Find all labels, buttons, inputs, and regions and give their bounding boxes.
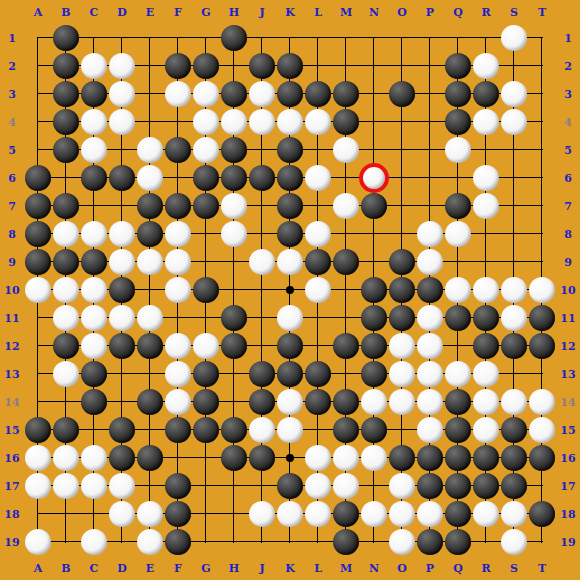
intersection-B14[interactable] [52,388,80,416]
intersection-S17[interactable] [500,472,528,500]
intersection-A19[interactable] [24,528,52,556]
intersection-C3[interactable] [80,80,108,108]
intersection-K4[interactable] [276,108,304,136]
intersection-O11[interactable] [388,304,416,332]
intersection-S3[interactable] [500,80,528,108]
intersection-T15[interactable] [528,416,556,444]
intersection-A10[interactable] [24,276,52,304]
intersection-R5[interactable] [472,136,500,164]
intersection-J10[interactable] [248,276,276,304]
intersection-F9[interactable] [164,248,192,276]
intersection-P10[interactable] [416,276,444,304]
intersection-H12[interactable] [220,332,248,360]
intersection-S13[interactable] [500,360,528,388]
intersection-H7[interactable] [220,192,248,220]
intersection-E8[interactable] [136,220,164,248]
intersection-J5[interactable] [248,136,276,164]
intersection-H13[interactable] [220,360,248,388]
intersection-Q8[interactable] [444,220,472,248]
intersection-A16[interactable] [24,444,52,472]
intersection-J12[interactable] [248,332,276,360]
intersection-P7[interactable] [416,192,444,220]
intersection-P16[interactable] [416,444,444,472]
intersection-G6[interactable] [192,164,220,192]
intersection-L1[interactable] [304,24,332,52]
intersection-L6[interactable] [304,164,332,192]
intersection-R12[interactable] [472,332,500,360]
intersection-A1[interactable] [24,24,52,52]
intersection-Q9[interactable] [444,248,472,276]
intersection-J16[interactable] [248,444,276,472]
intersection-H16[interactable] [220,444,248,472]
intersection-J2[interactable] [248,52,276,80]
intersection-C14[interactable] [80,388,108,416]
intersection-B11[interactable] [52,304,80,332]
intersection-R13[interactable] [472,360,500,388]
intersection-H10[interactable] [220,276,248,304]
intersection-J3[interactable] [248,80,276,108]
intersection-P13[interactable] [416,360,444,388]
intersection-L15[interactable] [304,416,332,444]
intersection-H18[interactable] [220,500,248,528]
intersection-H5[interactable] [220,136,248,164]
intersection-P18[interactable] [416,500,444,528]
intersection-E7[interactable] [136,192,164,220]
intersection-F8[interactable] [164,220,192,248]
intersection-J17[interactable] [248,472,276,500]
intersection-M5[interactable] [332,136,360,164]
intersection-G1[interactable] [192,24,220,52]
intersection-N17[interactable] [360,472,388,500]
intersection-R1[interactable] [472,24,500,52]
intersection-S14[interactable] [500,388,528,416]
intersection-B18[interactable] [52,500,80,528]
intersection-B6[interactable] [52,164,80,192]
intersection-J1[interactable] [248,24,276,52]
intersection-R2[interactable] [472,52,500,80]
intersection-T3[interactable] [528,80,556,108]
intersection-N12[interactable] [360,332,388,360]
intersection-T8[interactable] [528,220,556,248]
intersection-S16[interactable] [500,444,528,472]
intersection-D16[interactable] [108,444,136,472]
intersection-E12[interactable] [136,332,164,360]
intersection-S12[interactable] [500,332,528,360]
intersection-A8[interactable] [24,220,52,248]
intersection-R4[interactable] [472,108,500,136]
intersection-K9[interactable] [276,248,304,276]
intersection-G16[interactable] [192,444,220,472]
intersection-O2[interactable] [388,52,416,80]
intersection-F4[interactable] [164,108,192,136]
intersection-G12[interactable] [192,332,220,360]
intersection-C10[interactable] [80,276,108,304]
intersection-C6[interactable] [80,164,108,192]
intersection-O15[interactable] [388,416,416,444]
intersection-M14[interactable] [332,388,360,416]
intersection-S10[interactable] [500,276,528,304]
intersection-D7[interactable] [108,192,136,220]
intersection-O18[interactable] [388,500,416,528]
intersection-G15[interactable] [192,416,220,444]
intersection-Q15[interactable] [444,416,472,444]
intersection-O10[interactable] [388,276,416,304]
intersection-E6[interactable] [136,164,164,192]
intersection-Q10[interactable] [444,276,472,304]
intersection-E5[interactable] [136,136,164,164]
intersection-N18[interactable] [360,500,388,528]
intersection-N16[interactable] [360,444,388,472]
intersection-E16[interactable] [136,444,164,472]
intersection-P3[interactable] [416,80,444,108]
intersection-K17[interactable] [276,472,304,500]
intersection-J7[interactable] [248,192,276,220]
intersection-A17[interactable] [24,472,52,500]
intersection-D6[interactable] [108,164,136,192]
intersection-R16[interactable] [472,444,500,472]
intersection-M9[interactable] [332,248,360,276]
intersection-L17[interactable] [304,472,332,500]
intersection-D11[interactable] [108,304,136,332]
intersection-G5[interactable] [192,136,220,164]
intersection-S5[interactable] [500,136,528,164]
intersection-S11[interactable] [500,304,528,332]
intersection-D5[interactable] [108,136,136,164]
intersection-G14[interactable] [192,388,220,416]
intersection-N10[interactable] [360,276,388,304]
intersection-R6[interactable] [472,164,500,192]
intersection-J14[interactable] [248,388,276,416]
intersection-T17[interactable] [528,472,556,500]
intersection-C13[interactable] [80,360,108,388]
intersection-O7[interactable] [388,192,416,220]
intersection-N4[interactable] [360,108,388,136]
intersection-A7[interactable] [24,192,52,220]
intersection-P19[interactable] [416,528,444,556]
intersection-A14[interactable] [24,388,52,416]
intersection-K6[interactable] [276,164,304,192]
intersection-C9[interactable] [80,248,108,276]
intersection-L3[interactable] [304,80,332,108]
intersection-O1[interactable] [388,24,416,52]
intersection-M15[interactable] [332,416,360,444]
intersection-N9[interactable] [360,248,388,276]
intersection-T4[interactable] [528,108,556,136]
intersection-H8[interactable] [220,220,248,248]
intersection-F7[interactable] [164,192,192,220]
intersection-C2[interactable] [80,52,108,80]
intersection-P9[interactable] [416,248,444,276]
intersection-P11[interactable] [416,304,444,332]
intersection-F14[interactable] [164,388,192,416]
intersection-G10[interactable] [192,276,220,304]
intersection-D10[interactable] [108,276,136,304]
intersection-B16[interactable] [52,444,80,472]
intersection-C11[interactable] [80,304,108,332]
intersection-H1[interactable] [220,24,248,52]
intersection-E17[interactable] [136,472,164,500]
intersection-D4[interactable] [108,108,136,136]
intersection-Q17[interactable] [444,472,472,500]
intersection-B9[interactable] [52,248,80,276]
intersection-H9[interactable] [220,248,248,276]
intersection-R3[interactable] [472,80,500,108]
intersection-B19[interactable] [52,528,80,556]
intersection-N6[interactable] [360,164,388,192]
intersection-R10[interactable] [472,276,500,304]
intersection-C18[interactable] [80,500,108,528]
intersection-Q18[interactable] [444,500,472,528]
intersection-Q1[interactable] [444,24,472,52]
intersection-L13[interactable] [304,360,332,388]
intersection-A6[interactable] [24,164,52,192]
intersection-E19[interactable] [136,528,164,556]
intersection-S8[interactable] [500,220,528,248]
intersection-J18[interactable] [248,500,276,528]
intersection-D15[interactable] [108,416,136,444]
intersection-O8[interactable] [388,220,416,248]
intersection-O3[interactable] [388,80,416,108]
intersection-H2[interactable] [220,52,248,80]
intersection-D13[interactable] [108,360,136,388]
intersection-A13[interactable] [24,360,52,388]
intersection-F5[interactable] [164,136,192,164]
intersection-O16[interactable] [388,444,416,472]
intersection-S2[interactable] [500,52,528,80]
intersection-O9[interactable] [388,248,416,276]
intersection-S6[interactable] [500,164,528,192]
intersection-P1[interactable] [416,24,444,52]
intersection-F11[interactable] [164,304,192,332]
intersection-M4[interactable] [332,108,360,136]
intersection-G3[interactable] [192,80,220,108]
intersection-O14[interactable] [388,388,416,416]
intersection-A11[interactable] [24,304,52,332]
intersection-Q14[interactable] [444,388,472,416]
intersection-L19[interactable] [304,528,332,556]
intersection-H11[interactable] [220,304,248,332]
intersection-N7[interactable] [360,192,388,220]
intersection-M3[interactable] [332,80,360,108]
intersection-N1[interactable] [360,24,388,52]
intersection-N14[interactable] [360,388,388,416]
intersection-L8[interactable] [304,220,332,248]
intersection-Q11[interactable] [444,304,472,332]
intersection-R9[interactable] [472,248,500,276]
intersection-G4[interactable] [192,108,220,136]
intersection-S18[interactable] [500,500,528,528]
intersection-S7[interactable] [500,192,528,220]
intersection-T14[interactable] [528,388,556,416]
intersection-T5[interactable] [528,136,556,164]
intersection-F10[interactable] [164,276,192,304]
intersection-F18[interactable] [164,500,192,528]
intersection-T7[interactable] [528,192,556,220]
intersection-S15[interactable] [500,416,528,444]
intersection-T13[interactable] [528,360,556,388]
intersection-A18[interactable] [24,500,52,528]
intersection-Q13[interactable] [444,360,472,388]
intersection-D12[interactable] [108,332,136,360]
intersection-O4[interactable] [388,108,416,136]
intersection-J13[interactable] [248,360,276,388]
intersection-K3[interactable] [276,80,304,108]
intersection-K13[interactable] [276,360,304,388]
intersection-F6[interactable] [164,164,192,192]
intersection-L14[interactable] [304,388,332,416]
intersection-A3[interactable] [24,80,52,108]
intersection-J19[interactable] [248,528,276,556]
intersection-M18[interactable] [332,500,360,528]
intersection-O17[interactable] [388,472,416,500]
intersection-D14[interactable] [108,388,136,416]
intersection-M8[interactable] [332,220,360,248]
intersection-R15[interactable] [472,416,500,444]
intersection-C7[interactable] [80,192,108,220]
intersection-R11[interactable] [472,304,500,332]
intersection-F16[interactable] [164,444,192,472]
intersection-G9[interactable] [192,248,220,276]
intersection-E4[interactable] [136,108,164,136]
intersection-E14[interactable] [136,388,164,416]
intersection-D9[interactable] [108,248,136,276]
intersection-C19[interactable] [80,528,108,556]
intersection-F17[interactable] [164,472,192,500]
intersection-G11[interactable] [192,304,220,332]
intersection-A5[interactable] [24,136,52,164]
intersection-D8[interactable] [108,220,136,248]
intersection-D1[interactable] [108,24,136,52]
intersection-K10[interactable] [276,276,304,304]
intersection-M6[interactable] [332,164,360,192]
intersection-M2[interactable] [332,52,360,80]
intersection-F15[interactable] [164,416,192,444]
intersection-K15[interactable] [276,416,304,444]
intersection-K14[interactable] [276,388,304,416]
intersection-B3[interactable] [52,80,80,108]
intersection-L10[interactable] [304,276,332,304]
intersection-H17[interactable] [220,472,248,500]
intersection-K11[interactable] [276,304,304,332]
intersection-Q6[interactable] [444,164,472,192]
intersection-G18[interactable] [192,500,220,528]
intersection-C12[interactable] [80,332,108,360]
intersection-S1[interactable] [500,24,528,52]
intersection-K18[interactable] [276,500,304,528]
intersection-E9[interactable] [136,248,164,276]
intersection-B4[interactable] [52,108,80,136]
intersection-D2[interactable] [108,52,136,80]
intersection-G7[interactable] [192,192,220,220]
intersection-J9[interactable] [248,248,276,276]
intersection-P17[interactable] [416,472,444,500]
intersection-S4[interactable] [500,108,528,136]
intersection-L5[interactable] [304,136,332,164]
intersection-K12[interactable] [276,332,304,360]
intersection-M16[interactable] [332,444,360,472]
intersection-A2[interactable] [24,52,52,80]
intersection-E3[interactable] [136,80,164,108]
intersection-T16[interactable] [528,444,556,472]
intersection-B1[interactable] [52,24,80,52]
intersection-O12[interactable] [388,332,416,360]
intersection-B15[interactable] [52,416,80,444]
intersection-L18[interactable] [304,500,332,528]
intersection-A12[interactable] [24,332,52,360]
intersection-S9[interactable] [500,248,528,276]
intersection-T9[interactable] [528,248,556,276]
intersection-N2[interactable] [360,52,388,80]
intersection-R18[interactable] [472,500,500,528]
intersection-Q16[interactable] [444,444,472,472]
intersection-O5[interactable] [388,136,416,164]
intersection-H19[interactable] [220,528,248,556]
intersection-L11[interactable] [304,304,332,332]
intersection-D18[interactable] [108,500,136,528]
intersection-D3[interactable] [108,80,136,108]
intersection-B8[interactable] [52,220,80,248]
intersection-C17[interactable] [80,472,108,500]
intersection-P8[interactable] [416,220,444,248]
intersection-T6[interactable] [528,164,556,192]
intersection-P4[interactable] [416,108,444,136]
intersection-P6[interactable] [416,164,444,192]
intersection-L2[interactable] [304,52,332,80]
intersection-L16[interactable] [304,444,332,472]
intersection-T1[interactable] [528,24,556,52]
intersection-O6[interactable] [388,164,416,192]
intersection-H15[interactable] [220,416,248,444]
intersection-M12[interactable] [332,332,360,360]
intersection-E18[interactable] [136,500,164,528]
intersection-G17[interactable] [192,472,220,500]
intersection-R7[interactable] [472,192,500,220]
intersection-G2[interactable] [192,52,220,80]
intersection-N13[interactable] [360,360,388,388]
intersection-E1[interactable] [136,24,164,52]
intersection-T11[interactable] [528,304,556,332]
intersection-K16[interactable] [276,444,304,472]
intersection-F19[interactable] [164,528,192,556]
intersection-K7[interactable] [276,192,304,220]
intersection-M1[interactable] [332,24,360,52]
intersection-P5[interactable] [416,136,444,164]
intersection-N15[interactable] [360,416,388,444]
intersection-A15[interactable] [24,416,52,444]
intersection-P2[interactable] [416,52,444,80]
intersection-J6[interactable] [248,164,276,192]
intersection-J11[interactable] [248,304,276,332]
intersection-B2[interactable] [52,52,80,80]
intersection-L9[interactable] [304,248,332,276]
intersection-R17[interactable] [472,472,500,500]
intersection-H3[interactable] [220,80,248,108]
intersection-E2[interactable] [136,52,164,80]
intersection-Q7[interactable] [444,192,472,220]
intersection-H14[interactable] [220,388,248,416]
intersection-L7[interactable] [304,192,332,220]
intersection-F13[interactable] [164,360,192,388]
intersection-S19[interactable] [500,528,528,556]
intersection-J4[interactable] [248,108,276,136]
intersection-O19[interactable] [388,528,416,556]
intersection-R14[interactable] [472,388,500,416]
intersection-L4[interactable] [304,108,332,136]
intersection-F12[interactable] [164,332,192,360]
intersection-G8[interactable] [192,220,220,248]
intersection-G19[interactable] [192,528,220,556]
intersection-D17[interactable] [108,472,136,500]
